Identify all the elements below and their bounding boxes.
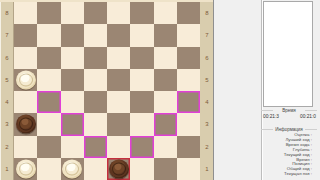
rank-labels-right: 87654321 xyxy=(201,2,213,180)
square-c2[interactable] xyxy=(61,136,84,158)
square-f7[interactable] xyxy=(130,24,153,46)
square-d5[interactable] xyxy=(84,69,107,91)
black-piece-e1[interactable] xyxy=(109,159,129,178)
square-a3[interactable] xyxy=(14,113,37,135)
square-e6[interactable] xyxy=(107,47,130,69)
square-g8[interactable] xyxy=(154,2,177,24)
square-d2[interactable] xyxy=(84,136,107,158)
square-f2[interactable] xyxy=(130,136,153,158)
square-f4[interactable] xyxy=(130,91,153,113)
square-e8[interactable] xyxy=(107,2,130,24)
square-c5[interactable] xyxy=(61,69,84,91)
clock-group-label: Время xyxy=(260,108,318,113)
rank-label-2: 2 xyxy=(201,136,213,158)
square-d6[interactable] xyxy=(84,47,107,69)
square-g6[interactable] xyxy=(154,47,177,69)
square-e1[interactable] xyxy=(107,158,130,180)
clock-group: Время 00:21:3 00:21:0 xyxy=(260,108,318,120)
rank-label-5: 5 xyxy=(1,69,13,91)
square-g7[interactable] xyxy=(154,24,177,46)
square-h4[interactable] xyxy=(177,91,200,113)
white-piece-a1[interactable] xyxy=(16,159,36,178)
rank-label-8: 8 xyxy=(201,2,213,24)
square-b6[interactable] xyxy=(37,47,60,69)
square-d4[interactable] xyxy=(84,91,107,113)
info-rows: Оценка :Лучший ход :Время хода :Глубина … xyxy=(260,133,318,177)
square-a7[interactable] xyxy=(14,24,37,46)
checkers-board[interactable] xyxy=(13,2,200,180)
square-b7[interactable] xyxy=(37,24,60,46)
info-row-8: Текущая поз : xyxy=(260,172,318,177)
move-list[interactable] xyxy=(263,1,313,107)
square-e5[interactable] xyxy=(107,69,130,91)
rank-label-8: 8 xyxy=(1,2,13,24)
square-f6[interactable] xyxy=(130,47,153,69)
square-a4[interactable] xyxy=(14,91,37,113)
clock-right-time: 00:21:0 xyxy=(300,114,316,120)
rank-label-2: 2 xyxy=(1,136,13,158)
square-f8[interactable] xyxy=(130,2,153,24)
rank-label-6: 6 xyxy=(201,47,213,69)
square-h5[interactable] xyxy=(177,69,200,91)
square-g1[interactable] xyxy=(154,158,177,180)
square-c4[interactable] xyxy=(61,91,84,113)
square-d8[interactable] xyxy=(84,2,107,24)
square-h1[interactable] xyxy=(177,158,200,180)
square-h8[interactable] xyxy=(177,2,200,24)
square-g2[interactable] xyxy=(154,136,177,158)
square-b3[interactable] xyxy=(37,113,60,135)
rank-label-3: 3 xyxy=(201,113,213,135)
square-b2[interactable] xyxy=(37,136,60,158)
info-group-title: Информация xyxy=(260,127,318,132)
rank-label-6: 6 xyxy=(1,47,13,69)
rank-label-1: 1 xyxy=(201,158,213,180)
square-a1[interactable] xyxy=(14,158,37,180)
square-a8[interactable] xyxy=(14,2,37,24)
square-e3[interactable] xyxy=(107,113,130,135)
square-c7[interactable] xyxy=(61,24,84,46)
square-h3[interactable] xyxy=(177,113,200,135)
square-c3[interactable] xyxy=(61,113,84,135)
square-b4[interactable] xyxy=(37,91,60,113)
square-d3[interactable] xyxy=(84,113,107,135)
black-piece-a3[interactable] xyxy=(16,115,36,134)
square-g4[interactable] xyxy=(154,91,177,113)
rank-label-4: 4 xyxy=(1,91,13,113)
square-h7[interactable] xyxy=(177,24,200,46)
rank-label-3: 3 xyxy=(1,113,13,135)
white-piece-a5[interactable] xyxy=(16,70,36,89)
info-group: Информация Оценка :Лучший ход :Время ход… xyxy=(260,127,318,177)
square-f1[interactable] xyxy=(130,158,153,180)
square-d7[interactable] xyxy=(84,24,107,46)
square-c1[interactable] xyxy=(61,158,84,180)
rank-label-1: 1 xyxy=(1,158,13,180)
square-a5[interactable] xyxy=(14,69,37,91)
square-c6[interactable] xyxy=(61,47,84,69)
square-h6[interactable] xyxy=(177,47,200,69)
rank-label-7: 7 xyxy=(1,24,13,46)
square-a2[interactable] xyxy=(14,136,37,158)
square-b5[interactable] xyxy=(37,69,60,91)
rank-labels-left: 87654321 xyxy=(1,2,13,180)
square-f3[interactable] xyxy=(130,113,153,135)
clock-left-time: 00:21:3 xyxy=(263,114,279,120)
rank-label-4: 4 xyxy=(201,91,213,113)
square-b8[interactable] xyxy=(37,2,60,24)
square-e7[interactable] xyxy=(107,24,130,46)
rank-label-7: 7 xyxy=(201,24,213,46)
square-a6[interactable] xyxy=(14,47,37,69)
square-d1[interactable] xyxy=(84,158,107,180)
side-panel: Время 00:21:3 00:21:0 Информация Оценка … xyxy=(214,0,320,180)
square-c8[interactable] xyxy=(61,2,84,24)
square-g3[interactable] xyxy=(154,113,177,135)
square-g5[interactable] xyxy=(154,69,177,91)
square-h2[interactable] xyxy=(177,136,200,158)
square-e2[interactable] xyxy=(107,136,130,158)
square-f5[interactable] xyxy=(130,69,153,91)
square-e4[interactable] xyxy=(107,91,130,113)
white-piece-c1[interactable] xyxy=(62,159,82,178)
checkers-board-frame: 87654321 87654321 xyxy=(0,0,215,180)
square-b1[interactable] xyxy=(37,158,60,180)
rank-label-5: 5 xyxy=(201,69,213,91)
